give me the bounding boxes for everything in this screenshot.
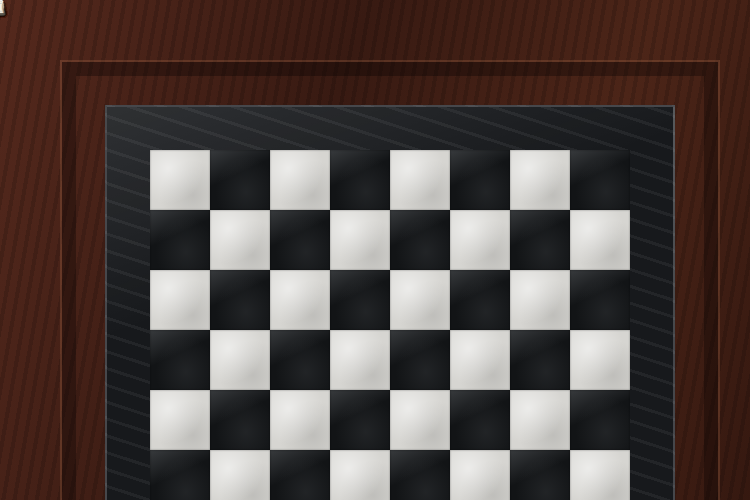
square-g8[interactable] xyxy=(510,150,570,210)
square-g4[interactable] xyxy=(510,390,570,450)
square-e5[interactable] xyxy=(390,330,450,390)
square-a3[interactable] xyxy=(150,450,210,500)
square-f3[interactable] xyxy=(450,450,510,500)
square-d5[interactable] xyxy=(330,330,390,390)
square-g7[interactable] xyxy=(510,210,570,270)
square-b7[interactable] xyxy=(210,210,270,270)
square-f4[interactable] xyxy=(450,390,510,450)
square-g3[interactable] xyxy=(510,450,570,500)
square-c8[interactable] xyxy=(270,150,330,210)
square-a8[interactable] xyxy=(150,150,210,210)
square-e4[interactable] xyxy=(390,390,450,450)
square-d8[interactable] xyxy=(330,150,390,210)
square-b5[interactable] xyxy=(210,330,270,390)
square-b8[interactable] xyxy=(210,150,270,210)
square-f7[interactable] xyxy=(450,210,510,270)
square-f8[interactable] xyxy=(450,150,510,210)
square-h4[interactable] xyxy=(570,390,630,450)
square-c3[interactable] xyxy=(270,450,330,500)
chess-set-photo: ♜♞♝♛♚♝♞♜♟♟♟♟♟♟♟♟♟♟♟♟♟♟♟♟♜♞♝♛♚♝♞♜ xyxy=(0,0,750,500)
square-e3[interactable] xyxy=(390,450,450,500)
square-h8[interactable] xyxy=(570,150,630,210)
square-g6[interactable] xyxy=(510,270,570,330)
square-b6[interactable] xyxy=(210,270,270,330)
square-f6[interactable] xyxy=(450,270,510,330)
square-d4[interactable] xyxy=(330,390,390,450)
square-h7[interactable] xyxy=(570,210,630,270)
square-h6[interactable] xyxy=(570,270,630,330)
square-c4[interactable] xyxy=(270,390,330,450)
square-h3[interactable] xyxy=(570,450,630,500)
square-d7[interactable] xyxy=(330,210,390,270)
square-a6[interactable] xyxy=(150,270,210,330)
chess-board xyxy=(150,150,630,500)
square-c5[interactable] xyxy=(270,330,330,390)
square-d3[interactable] xyxy=(330,450,390,500)
square-a7[interactable] xyxy=(150,210,210,270)
square-e6[interactable] xyxy=(390,270,450,330)
square-c6[interactable] xyxy=(270,270,330,330)
square-g5[interactable] xyxy=(510,330,570,390)
square-d6[interactable] xyxy=(330,270,390,330)
square-h5[interactable] xyxy=(570,330,630,390)
square-a4[interactable] xyxy=(150,390,210,450)
square-a5[interactable] xyxy=(150,330,210,390)
square-c7[interactable] xyxy=(270,210,330,270)
square-e7[interactable] xyxy=(390,210,450,270)
square-f5[interactable] xyxy=(450,330,510,390)
square-b3[interactable] xyxy=(210,450,270,500)
square-b4[interactable] xyxy=(210,390,270,450)
square-e8[interactable] xyxy=(390,150,450,210)
board-top xyxy=(0,0,750,500)
